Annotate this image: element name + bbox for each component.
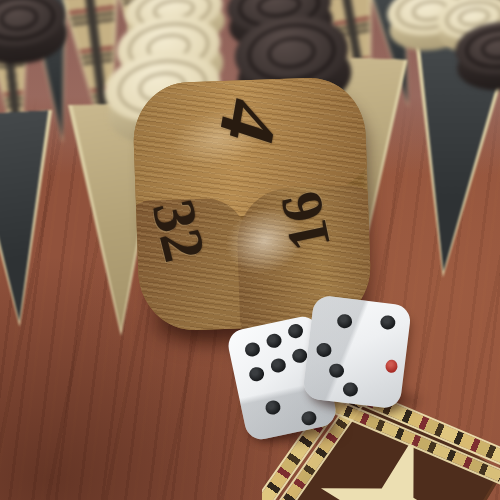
die-pip <box>287 323 305 340</box>
die-right[interactable] <box>302 294 412 409</box>
die-pip <box>248 366 266 383</box>
die-pip <box>244 342 262 359</box>
die-pip <box>337 313 354 329</box>
die-pip <box>270 357 288 374</box>
die-pip <box>380 314 397 330</box>
checker-dark[interactable] <box>453 17 500 94</box>
backgammon-board-photo: 4 32 16 <box>0 0 500 500</box>
die-pip <box>315 342 332 358</box>
die-pip <box>264 399 282 416</box>
cube-body: 4 32 16 <box>132 76 373 332</box>
die-pip <box>329 363 346 379</box>
checker-dark[interactable] <box>0 0 70 69</box>
die-pip <box>342 382 359 398</box>
die-red-pip <box>385 360 398 374</box>
doubling-cube[interactable]: 4 32 16 <box>136 80 368 328</box>
die-pip <box>301 410 319 427</box>
die-pip <box>265 332 283 349</box>
cube-number-16: 16 <box>271 187 340 256</box>
